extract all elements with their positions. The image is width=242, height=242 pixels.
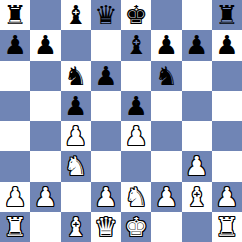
- square-h2[interactable]: ♟: [212, 182, 242, 212]
- square-h7[interactable]: ♟: [212, 30, 242, 60]
- piece-black-king[interactable]: ♚: [124, 0, 147, 30]
- square-h6[interactable]: [212, 61, 242, 91]
- square-d5[interactable]: [91, 91, 121, 121]
- piece-black-rook[interactable]: ♜: [215, 0, 238, 30]
- square-g2[interactable]: ♝: [182, 182, 212, 212]
- square-e4[interactable]: ♟: [121, 121, 151, 151]
- square-h4[interactable]: [212, 121, 242, 151]
- piece-white-pawn[interactable]: ♟: [34, 182, 57, 212]
- square-c7[interactable]: [61, 30, 91, 60]
- square-g4[interactable]: [182, 121, 212, 151]
- square-a3[interactable]: [0, 151, 30, 181]
- square-g7[interactable]: ♟: [182, 30, 212, 60]
- square-a4[interactable]: [0, 121, 30, 151]
- piece-black-pawn[interactable]: ♟: [155, 30, 178, 60]
- square-h8[interactable]: ♜: [212, 0, 242, 30]
- square-e1[interactable]: ♚: [121, 212, 151, 242]
- square-b7[interactable]: ♟: [30, 30, 60, 60]
- square-a8[interactable]: ♜: [0, 0, 30, 30]
- square-d3[interactable]: [91, 151, 121, 181]
- piece-white-knight[interactable]: ♞: [64, 151, 87, 181]
- piece-white-pawn[interactable]: ♟: [94, 182, 117, 212]
- piece-black-knight[interactable]: ♞: [155, 61, 178, 91]
- square-g8[interactable]: [182, 0, 212, 30]
- square-h5[interactable]: [212, 91, 242, 121]
- piece-white-bishop[interactable]: ♝: [185, 182, 208, 212]
- square-h1[interactable]: ♜: [212, 212, 242, 242]
- square-c4[interactable]: ♟: [61, 121, 91, 151]
- square-e3[interactable]: [121, 151, 151, 181]
- piece-black-knight[interactable]: ♞: [64, 61, 87, 91]
- square-b5[interactable]: [30, 91, 60, 121]
- square-d4[interactable]: [91, 121, 121, 151]
- square-b1[interactable]: [30, 212, 60, 242]
- square-b2[interactable]: ♟: [30, 182, 60, 212]
- square-f4[interactable]: [151, 121, 181, 151]
- square-d7[interactable]: [91, 30, 121, 60]
- square-b3[interactable]: [30, 151, 60, 181]
- square-g5[interactable]: [182, 91, 212, 121]
- piece-white-pawn[interactable]: ♟: [185, 151, 208, 181]
- square-f2[interactable]: ♟: [151, 182, 181, 212]
- piece-black-pawn[interactable]: ♟: [215, 30, 238, 60]
- piece-white-pawn[interactable]: ♟: [3, 182, 26, 212]
- square-f5[interactable]: [151, 91, 181, 121]
- square-b6[interactable]: [30, 61, 60, 91]
- piece-white-knight[interactable]: ♞: [124, 182, 147, 212]
- square-f6[interactable]: ♞: [151, 61, 181, 91]
- square-b4[interactable]: [30, 121, 60, 151]
- square-e5[interactable]: ♟: [121, 91, 151, 121]
- square-g6[interactable]: [182, 61, 212, 91]
- piece-black-pawn[interactable]: ♟: [185, 30, 208, 60]
- square-b8[interactable]: [30, 0, 60, 30]
- square-d8[interactable]: ♛: [91, 0, 121, 30]
- piece-black-bishop[interactable]: ♝: [64, 0, 87, 30]
- piece-white-rook[interactable]: ♜: [3, 212, 26, 242]
- piece-black-queen[interactable]: ♛: [94, 0, 117, 30]
- piece-white-rook[interactable]: ♜: [215, 212, 238, 242]
- piece-black-pawn[interactable]: ♟: [64, 91, 87, 121]
- square-a7[interactable]: ♟: [0, 30, 30, 60]
- square-e7[interactable]: ♝: [121, 30, 151, 60]
- square-d6[interactable]: ♟: [91, 61, 121, 91]
- piece-black-pawn[interactable]: ♟: [94, 61, 117, 91]
- square-c5[interactable]: ♟: [61, 91, 91, 121]
- piece-black-bishop[interactable]: ♝: [124, 30, 147, 60]
- piece-black-pawn[interactable]: ♟: [124, 91, 147, 121]
- square-c3[interactable]: ♞: [61, 151, 91, 181]
- square-a2[interactable]: ♟: [0, 182, 30, 212]
- piece-black-rook[interactable]: ♜: [3, 0, 26, 30]
- piece-white-queen[interactable]: ♛: [94, 212, 117, 242]
- square-f8[interactable]: [151, 0, 181, 30]
- piece-black-pawn[interactable]: ♟: [3, 30, 26, 60]
- square-c1[interactable]: ♝: [61, 212, 91, 242]
- square-a6[interactable]: [0, 61, 30, 91]
- piece-white-pawn[interactable]: ♟: [64, 121, 87, 151]
- square-d2[interactable]: ♟: [91, 182, 121, 212]
- square-e8[interactable]: ♚: [121, 0, 151, 30]
- square-c8[interactable]: ♝: [61, 0, 91, 30]
- square-g1[interactable]: [182, 212, 212, 242]
- square-f1[interactable]: [151, 212, 181, 242]
- piece-white-pawn[interactable]: ♟: [155, 182, 178, 212]
- piece-white-bishop[interactable]: ♝: [64, 212, 87, 242]
- square-g3[interactable]: ♟: [182, 151, 212, 181]
- square-a5[interactable]: [0, 91, 30, 121]
- piece-white-pawn[interactable]: ♟: [124, 121, 147, 151]
- square-c2[interactable]: [61, 182, 91, 212]
- piece-white-king[interactable]: ♚: [124, 212, 147, 242]
- square-h3[interactable]: [212, 151, 242, 181]
- piece-white-pawn[interactable]: ♟: [215, 182, 238, 212]
- square-f3[interactable]: [151, 151, 181, 181]
- square-e6[interactable]: [121, 61, 151, 91]
- square-c6[interactable]: ♞: [61, 61, 91, 91]
- square-a1[interactable]: ♜: [0, 212, 30, 242]
- square-d1[interactable]: ♛: [91, 212, 121, 242]
- piece-black-pawn[interactable]: ♟: [34, 30, 57, 60]
- square-e2[interactable]: ♞: [121, 182, 151, 212]
- chess-board: ♜♝♛♚♜♟♟♝♟♟♟♞♟♞♟♟♟♟♞♟♟♟♟♞♟♝♟♜♝♛♚♜: [0, 0, 242, 242]
- square-f7[interactable]: ♟: [151, 30, 181, 60]
